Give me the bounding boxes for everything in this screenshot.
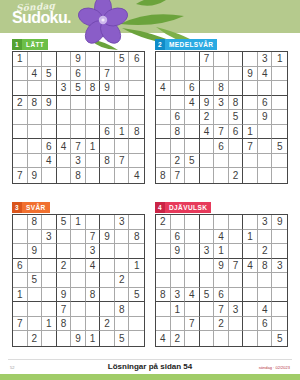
cell-r3c8 [115, 244, 130, 259]
cell-r5c7 [243, 273, 258, 288]
cell-r2c3 [185, 67, 200, 82]
cell-r2c1 [156, 67, 171, 82]
cell-r9c9: 4 [129, 168, 144, 183]
cell-r4c9 [129, 96, 144, 111]
cell-r5c9 [272, 273, 287, 288]
cell-r6c5: 7 [214, 125, 229, 140]
cell-r8c9 [129, 317, 144, 332]
cell-r1c1: 1 [13, 52, 28, 67]
cell-r4c8 [115, 96, 130, 111]
cell-r4c2: 8 [28, 96, 43, 111]
cell-r9c3 [42, 331, 57, 346]
cell-r4c1 [156, 259, 171, 274]
cell-r9c6: 1 [86, 331, 101, 346]
cell-r4c5 [71, 96, 86, 111]
cell-r7c5: 7 [71, 139, 86, 154]
cell-r1c6 [86, 215, 101, 230]
cell-r6c2 [28, 288, 43, 303]
badge-label: DJÄVULSK [165, 202, 211, 213]
cell-r8c6 [229, 154, 244, 169]
cell-r2c9 [272, 230, 287, 245]
cell-r5c6: 5 [229, 110, 244, 125]
solutions-note: Lösningar på sidan 54 [0, 362, 300, 371]
difficulty-badge-3: 3SVÅR [12, 202, 50, 213]
cell-r6c3 [42, 125, 57, 140]
cell-r8c5 [214, 154, 229, 169]
cell-r7c5 [71, 302, 86, 317]
cell-r5c4 [200, 273, 215, 288]
cell-r4c2 [171, 259, 186, 274]
cell-r4c9 [272, 96, 287, 111]
cell-r1c3 [42, 52, 57, 67]
cell-r1c3 [185, 52, 200, 67]
cell-r2c4 [200, 230, 215, 245]
cell-r8c7 [243, 154, 258, 169]
cell-r4c7 [100, 96, 115, 111]
issue-info: söndag · 02/2023 [259, 365, 290, 370]
cell-r6c9 [272, 288, 287, 303]
cell-r6c9: 8 [129, 125, 144, 140]
cell-r5c9 [129, 273, 144, 288]
cell-r8c3: 5 [185, 154, 200, 169]
cell-r3c9 [272, 81, 287, 96]
cell-r5c7 [243, 110, 258, 125]
cell-r9c2: 2 [28, 331, 43, 346]
cell-r6c5: 6 [214, 288, 229, 303]
cell-r1c8: 3 [258, 52, 273, 67]
cell-r1c1 [13, 215, 28, 230]
cell-r6c9 [272, 125, 287, 140]
cell-r5c5 [214, 273, 229, 288]
cell-r5c6 [229, 273, 244, 288]
cell-r2c6: 7 [86, 230, 101, 245]
cell-r6c8 [258, 125, 273, 140]
cell-r7c3 [185, 302, 200, 317]
cell-r3c2: 9 [28, 244, 43, 259]
cell-r4c5: 3 [214, 96, 229, 111]
cell-r7c8: 8 [115, 302, 130, 317]
cell-r7c1 [156, 139, 171, 154]
cell-r3c6 [229, 244, 244, 259]
cell-r4c3 [42, 259, 57, 274]
cell-r8c6 [229, 317, 244, 332]
cell-r8c2: 2 [171, 154, 186, 169]
cell-r7c4 [200, 139, 215, 154]
cell-r1c9: 1 [272, 52, 287, 67]
cell-r7c8 [115, 139, 130, 154]
cell-r9c2: 9 [28, 168, 43, 183]
cell-r9c8: 5 [115, 331, 130, 346]
cell-r3c4 [200, 81, 215, 96]
cell-r9c8 [258, 168, 273, 183]
cell-r5c2 [28, 110, 43, 125]
cell-r3c1 [156, 244, 171, 259]
cell-r6c8 [115, 288, 130, 303]
cell-r5c3 [42, 273, 57, 288]
cell-r8c2 [28, 317, 43, 332]
sudoku-grid-3: 851337989362415219857871822915 [12, 214, 145, 347]
cell-r1c8: 5 [115, 52, 130, 67]
cell-r8c3: 1 [42, 317, 57, 332]
badge-number: 1 [12, 39, 22, 50]
cell-r9c1: 7 [13, 168, 28, 183]
cell-r4c4 [57, 96, 72, 111]
cell-r5c3 [42, 110, 57, 125]
cell-r1c4 [200, 215, 215, 230]
cell-r2c5: 4 [214, 230, 229, 245]
cell-r5c3 [185, 110, 200, 125]
cell-r1c6 [86, 52, 101, 67]
cell-r7c4 [200, 302, 215, 317]
cell-r8c8: 6 [258, 317, 273, 332]
cell-r8c1 [13, 154, 28, 169]
cell-r7c1 [156, 302, 171, 317]
cell-r1c4 [57, 52, 72, 67]
cell-r7c3 [42, 302, 57, 317]
cell-r3c6: 3 [86, 244, 101, 259]
cell-r6c7 [100, 288, 115, 303]
cell-r3c3 [42, 81, 57, 96]
cell-r3c2: 9 [171, 244, 186, 259]
cell-r9c1: 8 [156, 168, 171, 183]
cell-r6c5 [71, 288, 86, 303]
cell-r4c5: 9 [214, 259, 229, 274]
cell-r5c9 [272, 110, 287, 125]
cell-r7c1 [13, 139, 28, 154]
cell-r5c1 [13, 273, 28, 288]
cell-r5c8: 9 [258, 110, 273, 125]
difficulty-badge-2: 2MEDELSVÅR [155, 39, 217, 50]
cell-r4c2 [28, 259, 43, 274]
cell-r1c2: 8 [28, 215, 43, 230]
cell-r9c7 [243, 168, 258, 183]
cell-r4c6 [86, 96, 101, 111]
cell-r4c9: 3 [272, 259, 287, 274]
cell-r9c5 [214, 331, 229, 346]
cell-r2c8 [115, 230, 130, 245]
cell-r3c8 [258, 81, 273, 96]
sudoku-magazine-page: Söndag Sudoku. 1LÄTT 2MEDELSVÅR 3SVÅR [0, 0, 300, 380]
cell-r5c6 [86, 273, 101, 288]
cell-r7c2 [28, 139, 43, 154]
cell-r5c3 [185, 273, 200, 288]
cell-r2c3 [185, 230, 200, 245]
cell-r4c1 [156, 96, 171, 111]
cell-r1c2 [171, 215, 186, 230]
cell-r2c1 [13, 67, 28, 82]
cell-r8c1 [156, 154, 171, 169]
cell-r6c2: 8 [171, 125, 186, 140]
cell-r2c8 [258, 230, 273, 245]
cell-r7c1 [13, 302, 28, 317]
cell-r8c8: 7 [115, 154, 130, 169]
cell-r9c9: 5 [272, 331, 287, 346]
cell-r9c5: 8 [71, 168, 86, 183]
sudoku-grid-2: 731944684938662598476167525872 [155, 51, 288, 184]
cell-r7c9: 5 [272, 139, 287, 154]
cell-r3c6 [229, 81, 244, 96]
cell-r9c4 [57, 168, 72, 183]
cell-r4c3: 4 [185, 96, 200, 111]
cell-r2c4 [57, 67, 72, 82]
cell-r7c7 [243, 302, 258, 317]
cell-r9c2: 7 [171, 168, 186, 183]
cell-r2c3: 3 [42, 230, 57, 245]
cell-r8c8 [115, 317, 130, 332]
cell-r4c3 [185, 259, 200, 274]
cell-r5c4: 2 [200, 110, 215, 125]
cell-r6c8 [258, 288, 273, 303]
cell-r5c6 [86, 110, 101, 125]
cell-r5c8: 2 [115, 273, 130, 288]
cell-r6c2 [28, 125, 43, 140]
cell-r3c5: 5 [71, 81, 86, 96]
cell-r2c2 [28, 230, 43, 245]
cell-r1c2 [171, 52, 186, 67]
cell-r6c5 [71, 125, 86, 140]
cell-r7c8: 4 [258, 302, 273, 317]
cell-r1c5 [214, 52, 229, 67]
cell-r3c7 [100, 244, 115, 259]
cell-r6c6 [86, 125, 101, 140]
cell-r5c4 [57, 110, 72, 125]
cell-r8c5: 3 [71, 154, 86, 169]
badge-label: MEDELSVÅR [165, 39, 217, 50]
cell-r3c7 [243, 81, 258, 96]
cell-r8c4 [200, 317, 215, 332]
cell-r7c8 [258, 139, 273, 154]
cell-r7c3 [185, 139, 200, 154]
cell-r8c6 [86, 317, 101, 332]
cell-r7c2 [28, 302, 43, 317]
cell-r7c6 [229, 139, 244, 154]
cell-r7c9 [129, 302, 144, 317]
cell-r1c7 [100, 52, 115, 67]
cell-r8c9 [272, 317, 287, 332]
cell-r9c6: 2 [229, 168, 244, 183]
cell-r2c2 [171, 67, 186, 82]
cell-r3c7: 9 [100, 81, 115, 96]
cell-r1c4: 5 [57, 215, 72, 230]
cell-r5c1 [156, 273, 171, 288]
cell-r3c7 [243, 244, 258, 259]
cell-r4c4: 9 [200, 96, 215, 111]
cell-r2c9 [272, 67, 287, 82]
cell-r9c4 [57, 331, 72, 346]
cell-r8c5: 2 [214, 317, 229, 332]
cell-r3c1 [13, 81, 28, 96]
cell-r8c7: 2 [100, 317, 115, 332]
cell-r8c4 [57, 154, 72, 169]
badge-label: SVÅR [22, 202, 50, 213]
cell-r4c7 [243, 96, 258, 111]
cell-r6c4: 4 [200, 125, 215, 140]
cell-r1c6 [229, 215, 244, 230]
cell-r1c6 [229, 52, 244, 67]
cell-r2c8: 4 [258, 67, 273, 82]
sudoku-grid-1: 195645673589289618647143877984 [12, 51, 145, 184]
badge-number: 2 [155, 39, 165, 50]
cell-r6c6 [229, 288, 244, 303]
cell-r6c4: 5 [200, 288, 215, 303]
cell-r7c4: 7 [57, 302, 72, 317]
cell-r8c3: 7 [185, 317, 200, 332]
cell-r6c4: 9 [57, 288, 72, 303]
cell-r3c3 [42, 244, 57, 259]
cell-r9c5: 9 [71, 331, 86, 346]
cell-r2c6 [86, 67, 101, 82]
cell-r3c5 [71, 244, 86, 259]
cell-r3c2 [28, 81, 43, 96]
cell-r1c3 [42, 215, 57, 230]
cell-r8c3: 4 [42, 154, 57, 169]
cell-r6c6: 8 [86, 288, 101, 303]
cell-r6c4 [57, 125, 72, 140]
cell-r6c1: 1 [13, 288, 28, 303]
cell-r9c4 [200, 331, 215, 346]
cell-r4c2 [171, 96, 186, 111]
cell-r1c7 [100, 215, 115, 230]
cell-r4c4 [200, 259, 215, 274]
cell-r3c9 [272, 244, 287, 259]
cell-r1c9: 9 [272, 215, 287, 230]
cell-r1c1 [156, 52, 171, 67]
cell-r5c4 [57, 273, 72, 288]
cell-r8c2 [171, 317, 186, 332]
cell-r5c9 [129, 110, 144, 125]
cell-r9c9 [129, 331, 144, 346]
cell-r2c2: 4 [28, 67, 43, 82]
cell-r2c7: 7 [100, 67, 115, 82]
cell-r9c6 [229, 331, 244, 346]
sudoku-grid-4: 239641931297483834561734726425 [155, 214, 288, 347]
cell-r9c8 [258, 331, 273, 346]
cell-r8c8 [258, 154, 273, 169]
cell-r5c8 [115, 110, 130, 125]
cell-r4c7: 4 [243, 259, 258, 274]
cell-r3c4 [57, 244, 72, 259]
cell-r3c5: 1 [214, 244, 229, 259]
cell-r2c1 [156, 230, 171, 245]
cell-r5c5 [214, 110, 229, 125]
cell-r1c2 [28, 52, 43, 67]
cell-r7c5: 6 [214, 139, 229, 154]
cell-r7c7 [100, 302, 115, 317]
cell-r2c7: 9 [100, 230, 115, 245]
cell-r1c1: 2 [156, 215, 171, 230]
cell-r6c3 [185, 125, 200, 140]
cell-r6c7 [243, 288, 258, 303]
cell-r1c7 [243, 215, 258, 230]
masthead-logo: Söndag Sudoku. [12, 0, 102, 33]
cell-r3c1: 4 [156, 81, 171, 96]
masthead-wordmark: Sudoku. [12, 9, 71, 27]
cell-r7c4: 4 [57, 139, 72, 154]
cell-r7c6: 1 [86, 139, 101, 154]
cell-r3c9 [129, 81, 144, 96]
cell-r3c3: 6 [185, 81, 200, 96]
cell-r8c7: 8 [100, 154, 115, 169]
cell-r5c7 [100, 273, 115, 288]
cell-r3c1 [13, 244, 28, 259]
cell-r2c7: 9 [243, 67, 258, 82]
cell-r2c6 [229, 67, 244, 82]
badge-number: 4 [155, 202, 165, 213]
cell-r2c5: 6 [71, 67, 86, 82]
cell-r7c6: 3 [229, 302, 244, 317]
cell-r7c7 [100, 139, 115, 154]
cell-r9c3 [185, 331, 200, 346]
cell-r8c6 [86, 154, 101, 169]
cell-r4c8 [115, 259, 130, 274]
cell-r2c5 [71, 230, 86, 245]
cell-r4c6: 4 [86, 259, 101, 274]
cell-r2c3: 5 [42, 67, 57, 82]
cell-r5c7 [100, 110, 115, 125]
cell-r5c5 [71, 110, 86, 125]
cell-r6c3: 4 [185, 288, 200, 303]
cell-r1c8: 3 [115, 215, 130, 230]
cell-r3c4: 3 [200, 244, 215, 259]
cell-r7c5: 7 [214, 302, 229, 317]
cell-r9c3 [185, 168, 200, 183]
cell-r4c3: 9 [42, 96, 57, 111]
cell-r3c8 [115, 81, 130, 96]
cell-r8c9 [129, 154, 144, 169]
cell-r9c7 [100, 168, 115, 183]
cell-r4c1: 2 [13, 96, 28, 111]
cell-r3c4: 3 [57, 81, 72, 96]
cell-r6c6: 6 [229, 125, 244, 140]
cell-r2c8 [115, 67, 130, 82]
cell-r7c2 [171, 139, 186, 154]
cell-r3c5: 8 [214, 81, 229, 96]
cell-r2c5 [214, 67, 229, 82]
cell-r8c4 [200, 154, 215, 169]
cell-r2c6 [229, 230, 244, 245]
cell-r6c7: 6 [100, 125, 115, 140]
cell-r1c9: 6 [129, 52, 144, 67]
cell-r2c4 [200, 67, 215, 82]
footer-divider [8, 359, 292, 360]
cell-r1c5 [214, 215, 229, 230]
cell-r6c1 [156, 125, 171, 140]
cell-r3c9 [129, 244, 144, 259]
cell-r2c9: 8 [129, 230, 144, 245]
cell-r9c8 [115, 168, 130, 183]
cell-r9c7 [243, 331, 258, 346]
cell-r6c1: 8 [156, 288, 171, 303]
cell-r9c6 [86, 168, 101, 183]
cell-r5c1 [13, 110, 28, 125]
cell-r2c7: 1 [243, 230, 258, 245]
cell-r5c2: 5 [28, 273, 43, 288]
cell-r5c2 [171, 273, 186, 288]
cell-r6c1 [13, 125, 28, 140]
cell-r7c2: 1 [171, 302, 186, 317]
cell-r8c1 [156, 317, 171, 332]
cell-r9c2: 2 [171, 331, 186, 346]
cell-r9c1 [13, 331, 28, 346]
cell-r1c7 [243, 52, 258, 67]
cell-r9c5 [214, 168, 229, 183]
cell-r8c7 [243, 317, 258, 332]
cell-r7c9 [129, 139, 144, 154]
cell-r4c9: 1 [129, 259, 144, 274]
cell-r7c7: 7 [243, 139, 258, 154]
cell-r1c5: 9 [71, 52, 86, 67]
cell-r6c8: 1 [115, 125, 130, 140]
